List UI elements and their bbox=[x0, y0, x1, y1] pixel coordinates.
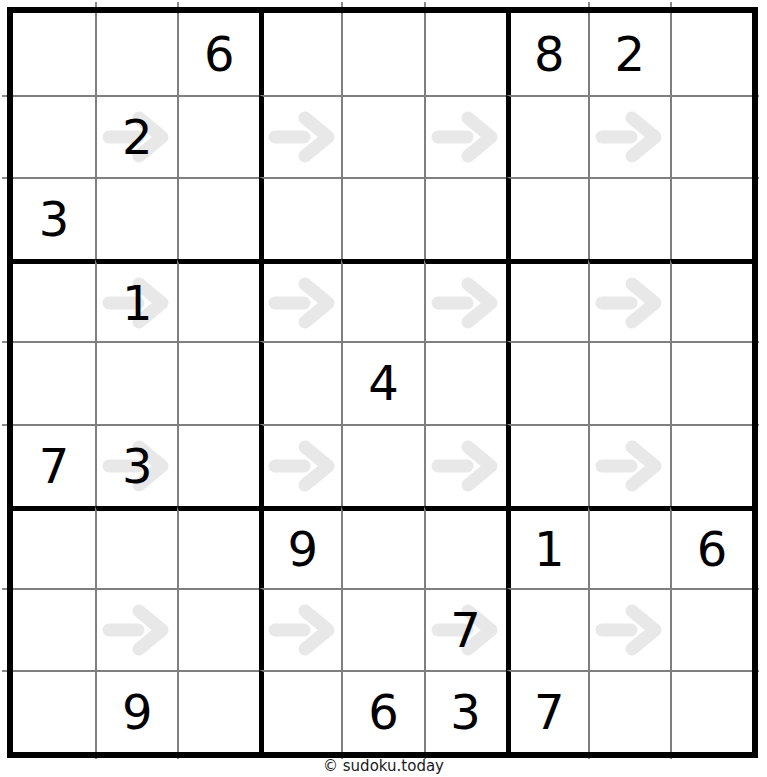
given-digit: 3 bbox=[450, 688, 481, 736]
cell-r1c4[interactable] bbox=[259, 13, 341, 95]
given-digit: 7 bbox=[39, 442, 70, 490]
cell-r7c4[interactable]: 9 bbox=[259, 506, 341, 588]
cell-r3c5[interactable] bbox=[341, 177, 423, 259]
cell-r5c3[interactable] bbox=[177, 341, 259, 423]
cell-r9c1[interactable] bbox=[13, 670, 95, 752]
cell-r4c6[interactable] bbox=[424, 259, 506, 341]
cell-r1c3[interactable]: 6 bbox=[177, 13, 259, 95]
right-arrow-icon bbox=[594, 439, 666, 493]
cell-r7c8[interactable] bbox=[588, 506, 670, 588]
cell-r6c4[interactable] bbox=[259, 424, 341, 506]
given-digit: 6 bbox=[368, 688, 399, 736]
cell-r6c6[interactable] bbox=[424, 424, 506, 506]
footer-credit: © sudoku.today bbox=[0, 757, 767, 775]
cell-r2c3[interactable] bbox=[177, 95, 259, 177]
right-arrow-icon bbox=[430, 276, 502, 330]
cell-r8c7[interactable] bbox=[506, 588, 588, 670]
cell-r1c1[interactable] bbox=[13, 13, 95, 95]
right-arrow-icon bbox=[267, 439, 339, 493]
cell-r2c5[interactable] bbox=[341, 95, 423, 177]
cell-r7c7[interactable]: 1 bbox=[506, 506, 588, 588]
cell-r8c2[interactable] bbox=[95, 588, 177, 670]
cell-r2c4[interactable] bbox=[259, 95, 341, 177]
cell-r5c4[interactable] bbox=[259, 341, 341, 423]
cell-r9c4[interactable] bbox=[259, 670, 341, 752]
cell-r1c8[interactable]: 2 bbox=[588, 13, 670, 95]
cell-r3c9[interactable] bbox=[670, 177, 752, 259]
right-arrow-icon bbox=[267, 110, 339, 164]
cell-r7c5[interactable] bbox=[341, 506, 423, 588]
cell-r9c3[interactable] bbox=[177, 670, 259, 752]
cell-r9c2[interactable]: 9 bbox=[95, 670, 177, 752]
cell-r2c2[interactable]: 2 bbox=[95, 95, 177, 177]
cell-r9c7[interactable]: 7 bbox=[506, 670, 588, 752]
cell-r5c8[interactable] bbox=[588, 341, 670, 423]
right-arrow-icon bbox=[267, 603, 339, 657]
cell-r6c3[interactable] bbox=[177, 424, 259, 506]
cell-r7c9[interactable]: 6 bbox=[670, 506, 752, 588]
given-digit: 3 bbox=[39, 195, 70, 243]
right-arrow-icon bbox=[430, 110, 502, 164]
given-digit: 9 bbox=[288, 525, 319, 573]
cell-r4c3[interactable] bbox=[177, 259, 259, 341]
cell-r2c1[interactable] bbox=[13, 95, 95, 177]
cell-r5c5[interactable]: 4 bbox=[341, 341, 423, 423]
cell-r8c3[interactable] bbox=[177, 588, 259, 670]
cell-r9c9[interactable] bbox=[670, 670, 752, 752]
cell-r6c1[interactable]: 7 bbox=[13, 424, 95, 506]
cell-r3c7[interactable] bbox=[506, 177, 588, 259]
given-digit: 3 bbox=[122, 442, 153, 490]
cell-r8c8[interactable] bbox=[588, 588, 670, 670]
puzzle-page: 68223147391679637 © sudoku.today bbox=[0, 0, 767, 777]
sudoku-board: 68223147391679637 bbox=[7, 7, 758, 758]
given-digit: 1 bbox=[122, 279, 153, 327]
cell-r6c8[interactable] bbox=[588, 424, 670, 506]
given-digit: 2 bbox=[615, 30, 646, 78]
cell-r8c9[interactable] bbox=[670, 588, 752, 670]
right-arrow-icon bbox=[430, 439, 502, 493]
cell-r8c5[interactable] bbox=[341, 588, 423, 670]
cell-r6c9[interactable] bbox=[670, 424, 752, 506]
cell-r4c2[interactable]: 1 bbox=[95, 259, 177, 341]
cell-r7c1[interactable] bbox=[13, 506, 95, 588]
cell-r2c6[interactable] bbox=[424, 95, 506, 177]
cell-r4c9[interactable] bbox=[670, 259, 752, 341]
cell-r3c1[interactable]: 3 bbox=[13, 177, 95, 259]
cell-r2c9[interactable] bbox=[670, 95, 752, 177]
given-digit: 2 bbox=[122, 113, 153, 161]
cell-r3c6[interactable] bbox=[424, 177, 506, 259]
given-digit: 7 bbox=[450, 606, 481, 654]
cell-r4c8[interactable] bbox=[588, 259, 670, 341]
cell-r1c9[interactable] bbox=[670, 13, 752, 95]
cell-r7c6[interactable] bbox=[424, 506, 506, 588]
cell-r4c4[interactable] bbox=[259, 259, 341, 341]
cell-r4c1[interactable] bbox=[13, 259, 95, 341]
cell-r3c4[interactable] bbox=[259, 177, 341, 259]
cell-r7c2[interactable] bbox=[95, 506, 177, 588]
cell-r3c3[interactable] bbox=[177, 177, 259, 259]
cell-r1c5[interactable] bbox=[341, 13, 423, 95]
cell-r4c7[interactable] bbox=[506, 259, 588, 341]
given-digit: 8 bbox=[534, 30, 565, 78]
cell-r8c4[interactable] bbox=[259, 588, 341, 670]
cell-r9c8[interactable] bbox=[588, 670, 670, 752]
cell-r6c2[interactable]: 3 bbox=[95, 424, 177, 506]
cell-r1c7[interactable]: 8 bbox=[506, 13, 588, 95]
cell-r6c5[interactable] bbox=[341, 424, 423, 506]
cell-r8c6[interactable]: 7 bbox=[424, 588, 506, 670]
cell-r2c7[interactable] bbox=[506, 95, 588, 177]
cell-r6c7[interactable] bbox=[506, 424, 588, 506]
cell-r2c8[interactable] bbox=[588, 95, 670, 177]
cell-r5c1[interactable] bbox=[13, 341, 95, 423]
given-digit: 7 bbox=[534, 688, 565, 736]
cell-r4c5[interactable] bbox=[341, 259, 423, 341]
cell-r8c1[interactable] bbox=[13, 588, 95, 670]
cell-r5c6[interactable] bbox=[424, 341, 506, 423]
given-digit: 9 bbox=[122, 688, 153, 736]
cell-r5c2[interactable] bbox=[95, 341, 177, 423]
given-digit: 4 bbox=[368, 359, 399, 407]
given-digit: 6 bbox=[204, 30, 235, 78]
given-digit: 1 bbox=[534, 525, 565, 573]
cell-r1c6[interactable] bbox=[424, 13, 506, 95]
cell-r9c6[interactable]: 3 bbox=[424, 670, 506, 752]
given-digit: 6 bbox=[697, 525, 728, 573]
right-arrow-icon bbox=[267, 276, 339, 330]
right-arrow-icon bbox=[594, 110, 666, 164]
right-arrow-icon bbox=[594, 276, 666, 330]
right-arrow-icon bbox=[594, 603, 666, 657]
cell-r5c7[interactable] bbox=[506, 341, 588, 423]
cell-r3c8[interactable] bbox=[588, 177, 670, 259]
cell-r9c5[interactable]: 6 bbox=[341, 670, 423, 752]
cell-r1c2[interactable] bbox=[95, 13, 177, 95]
cell-r7c3[interactable] bbox=[177, 506, 259, 588]
cell-r5c9[interactable] bbox=[670, 341, 752, 423]
cell-r3c2[interactable] bbox=[95, 177, 177, 259]
right-arrow-icon bbox=[101, 603, 173, 657]
